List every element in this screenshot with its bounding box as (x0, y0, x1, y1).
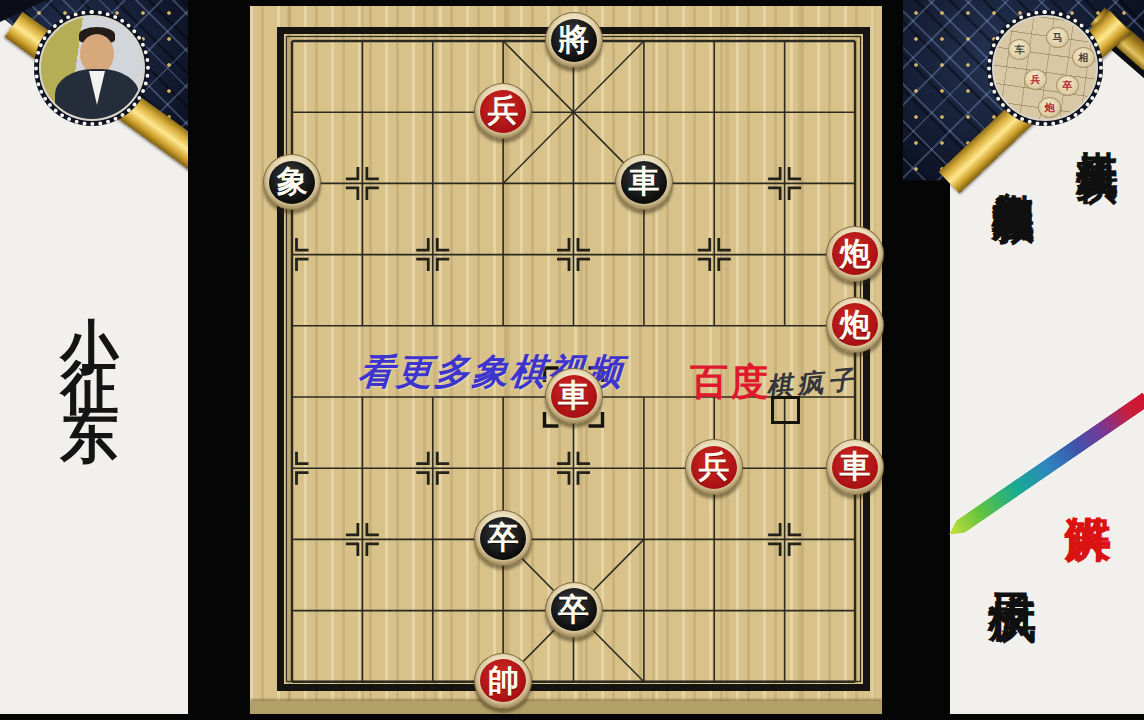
piece-character: 車 (621, 161, 667, 204)
video-thumbnail: 小征东 棋疯子象棋 象棋江湖残局教程 讲解人 棋疯子 车马相兵卒炮 (0, 0, 1144, 720)
piece-character: 兵 (480, 90, 526, 133)
photo-chess-piece: 兵 (1024, 69, 1047, 90)
rainbow-stripe (945, 392, 1144, 540)
left-header (0, 0, 188, 196)
stamp-square (771, 396, 800, 424)
piece-red-炮[interactable]: 炮 (826, 226, 884, 282)
xiangqi-board-photo: 车马相兵卒炮 (992, 15, 1098, 121)
presenter-photo (39, 15, 145, 121)
piece-red-帥[interactable]: 帥 (474, 653, 532, 709)
photo-chess-piece: 马 (1046, 27, 1069, 48)
presenter-avatar (34, 10, 150, 126)
piece-red-兵[interactable]: 兵 (474, 83, 532, 139)
piece-red-炮[interactable]: 炮 (826, 297, 884, 353)
right-header: 车马相兵卒炮 (903, 0, 1144, 196)
piece-character: 車 (832, 446, 878, 489)
piece-character: 象 (269, 161, 315, 204)
piece-character: 車 (551, 375, 597, 418)
piece-black-象[interactable]: 象 (263, 154, 321, 210)
avatar-face (80, 34, 114, 74)
piece-black-車[interactable]: 車 (615, 154, 673, 210)
piece-character: 卒 (480, 517, 526, 560)
piece-character: 炮 (832, 303, 878, 346)
piece-red-車[interactable]: 車 (545, 368, 603, 424)
role-label: 讲解人 (1066, 479, 1112, 482)
piece-red-車[interactable]: 車 (826, 439, 884, 495)
board-frame-edge (250, 701, 882, 714)
piece-character: 炮 (832, 232, 878, 275)
photo-chess-piece: 车 (1008, 39, 1031, 60)
endgame-title: 小征东 (61, 270, 119, 399)
xiangqi-photo-avatar: 车马相兵卒炮 (987, 10, 1103, 126)
piece-black-卒[interactable]: 卒 (545, 582, 603, 638)
photo-chess-piece: 卒 (1056, 75, 1079, 96)
photo-chess-piece: 炮 (1038, 97, 1061, 118)
piece-black-將[interactable]: 將 (545, 12, 603, 68)
xiangqi-board: 看更多象棋视频 百度 棋疯子 將兵象車炮炮車兵車卒卒帥 (250, 6, 882, 714)
piece-character: 卒 (551, 588, 597, 631)
baidu-watermark: 百度 (690, 357, 770, 408)
photo-chess-piece: 相 (1072, 47, 1095, 68)
piece-character: 兵 (691, 446, 737, 489)
piece-character: 將 (551, 19, 597, 62)
piece-character: 帥 (480, 659, 526, 702)
